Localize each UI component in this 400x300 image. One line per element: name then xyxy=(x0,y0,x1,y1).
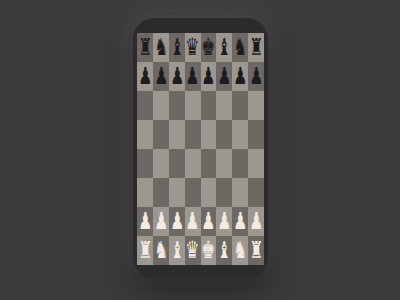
black-pawn-piece[interactable]: ♟ xyxy=(217,64,231,88)
square-f3[interactable] xyxy=(216,178,232,207)
black-pawn-piece[interactable]: ♟ xyxy=(201,64,215,88)
black-bishop-piece[interactable]: ♝ xyxy=(217,35,231,59)
square-a1[interactable]: ♜ xyxy=(137,236,153,265)
white-knight-piece[interactable]: ♞ xyxy=(154,238,168,262)
square-d3[interactable] xyxy=(185,178,201,207)
square-h5[interactable] xyxy=(248,120,264,149)
square-c2[interactable]: ♟ xyxy=(169,207,185,236)
black-bishop-piece[interactable]: ♝ xyxy=(170,35,184,59)
square-h4[interactable] xyxy=(248,149,264,178)
square-f8[interactable]: ♝ xyxy=(216,33,232,62)
square-a6[interactable] xyxy=(137,91,153,120)
phone-frame: ♜♞♝♛♚♝♞♜♟♟♟♟♟♟♟♟♟♟♟♟♟♟♟♟♜♞♝♛♚♝♞♜ xyxy=(133,18,268,278)
square-f5[interactable] xyxy=(216,120,232,149)
black-pawn-piece[interactable]: ♟ xyxy=(154,64,168,88)
square-d2[interactable]: ♟ xyxy=(185,207,201,236)
square-c4[interactable] xyxy=(169,149,185,178)
chess-board: ♜♞♝♛♚♝♞♜♟♟♟♟♟♟♟♟♟♟♟♟♟♟♟♟♜♞♝♛♚♝♞♜ xyxy=(137,33,264,265)
square-f1[interactable]: ♝ xyxy=(216,236,232,265)
square-g4[interactable] xyxy=(232,149,248,178)
square-a3[interactable] xyxy=(137,178,153,207)
square-c7[interactable]: ♟ xyxy=(169,62,185,91)
square-d4[interactable] xyxy=(185,149,201,178)
square-a8[interactable]: ♜ xyxy=(137,33,153,62)
square-b4[interactable] xyxy=(153,149,169,178)
square-a7[interactable]: ♟ xyxy=(137,62,153,91)
square-h6[interactable] xyxy=(248,91,264,120)
square-g3[interactable] xyxy=(232,178,248,207)
square-g8[interactable]: ♞ xyxy=(232,33,248,62)
white-king-piece[interactable]: ♚ xyxy=(201,238,215,262)
square-e4[interactable] xyxy=(201,149,217,178)
black-pawn-piece[interactable]: ♟ xyxy=(233,64,247,88)
square-f6[interactable] xyxy=(216,91,232,120)
black-queen-piece[interactable]: ♛ xyxy=(186,35,200,59)
white-queen-piece[interactable]: ♛ xyxy=(186,238,200,262)
black-king-piece[interactable]: ♚ xyxy=(201,35,215,59)
square-h2[interactable]: ♟ xyxy=(248,207,264,236)
square-d8[interactable]: ♛ xyxy=(185,33,201,62)
white-rook-piece[interactable]: ♜ xyxy=(249,238,263,262)
square-d1[interactable]: ♛ xyxy=(185,236,201,265)
square-e2[interactable]: ♟ xyxy=(201,207,217,236)
square-g7[interactable]: ♟ xyxy=(232,62,248,91)
white-bishop-piece[interactable]: ♝ xyxy=(217,238,231,262)
square-g5[interactable] xyxy=(232,120,248,149)
square-b7[interactable]: ♟ xyxy=(153,62,169,91)
square-h1[interactable]: ♜ xyxy=(248,236,264,265)
square-c3[interactable] xyxy=(169,178,185,207)
white-pawn-piece[interactable]: ♟ xyxy=(201,209,215,233)
square-b3[interactable] xyxy=(153,178,169,207)
square-e8[interactable]: ♚ xyxy=(201,33,217,62)
black-rook-piece[interactable]: ♜ xyxy=(249,35,263,59)
black-pawn-piece[interactable]: ♟ xyxy=(138,64,152,88)
white-rook-piece[interactable]: ♜ xyxy=(138,238,152,262)
square-c6[interactable] xyxy=(169,91,185,120)
square-e6[interactable] xyxy=(201,91,217,120)
black-knight-piece[interactable]: ♞ xyxy=(154,35,168,59)
square-f2[interactable]: ♟ xyxy=(216,207,232,236)
square-d6[interactable] xyxy=(185,91,201,120)
page-background: ♜♞♝♛♚♝♞♜♟♟♟♟♟♟♟♟♟♟♟♟♟♟♟♟♜♞♝♛♚♝♞♜ xyxy=(0,0,400,300)
white-pawn-piece[interactable]: ♟ xyxy=(186,209,200,233)
square-e7[interactable]: ♟ xyxy=(201,62,217,91)
square-a4[interactable] xyxy=(137,149,153,178)
square-g1[interactable]: ♞ xyxy=(232,236,248,265)
white-pawn-piece[interactable]: ♟ xyxy=(217,209,231,233)
white-bishop-piece[interactable]: ♝ xyxy=(170,238,184,262)
square-f4[interactable] xyxy=(216,149,232,178)
square-e1[interactable]: ♚ xyxy=(201,236,217,265)
square-e5[interactable] xyxy=(201,120,217,149)
square-g2[interactable]: ♟ xyxy=(232,207,248,236)
square-b8[interactable]: ♞ xyxy=(153,33,169,62)
square-d7[interactable]: ♟ xyxy=(185,62,201,91)
square-b2[interactable]: ♟ xyxy=(153,207,169,236)
white-knight-piece[interactable]: ♞ xyxy=(233,238,247,262)
square-h8[interactable]: ♜ xyxy=(248,33,264,62)
black-rook-piece[interactable]: ♜ xyxy=(138,35,152,59)
square-b6[interactable] xyxy=(153,91,169,120)
square-b5[interactable] xyxy=(153,120,169,149)
white-pawn-piece[interactable]: ♟ xyxy=(138,209,152,233)
square-g6[interactable] xyxy=(232,91,248,120)
black-pawn-piece[interactable]: ♟ xyxy=(249,64,263,88)
square-c5[interactable] xyxy=(169,120,185,149)
square-h3[interactable] xyxy=(248,178,264,207)
black-pawn-piece[interactable]: ♟ xyxy=(186,64,200,88)
black-knight-piece[interactable]: ♞ xyxy=(233,35,247,59)
white-pawn-piece[interactable]: ♟ xyxy=(154,209,168,233)
square-f7[interactable]: ♟ xyxy=(216,62,232,91)
square-b1[interactable]: ♞ xyxy=(153,236,169,265)
square-e3[interactable] xyxy=(201,178,217,207)
square-a2[interactable]: ♟ xyxy=(137,207,153,236)
white-pawn-piece[interactable]: ♟ xyxy=(249,209,263,233)
white-pawn-piece[interactable]: ♟ xyxy=(233,209,247,233)
square-h7[interactable]: ♟ xyxy=(248,62,264,91)
square-c8[interactable]: ♝ xyxy=(169,33,185,62)
black-pawn-piece[interactable]: ♟ xyxy=(170,64,184,88)
square-c1[interactable]: ♝ xyxy=(169,236,185,265)
square-a5[interactable] xyxy=(137,120,153,149)
white-pawn-piece[interactable]: ♟ xyxy=(170,209,184,233)
square-d5[interactable] xyxy=(185,120,201,149)
